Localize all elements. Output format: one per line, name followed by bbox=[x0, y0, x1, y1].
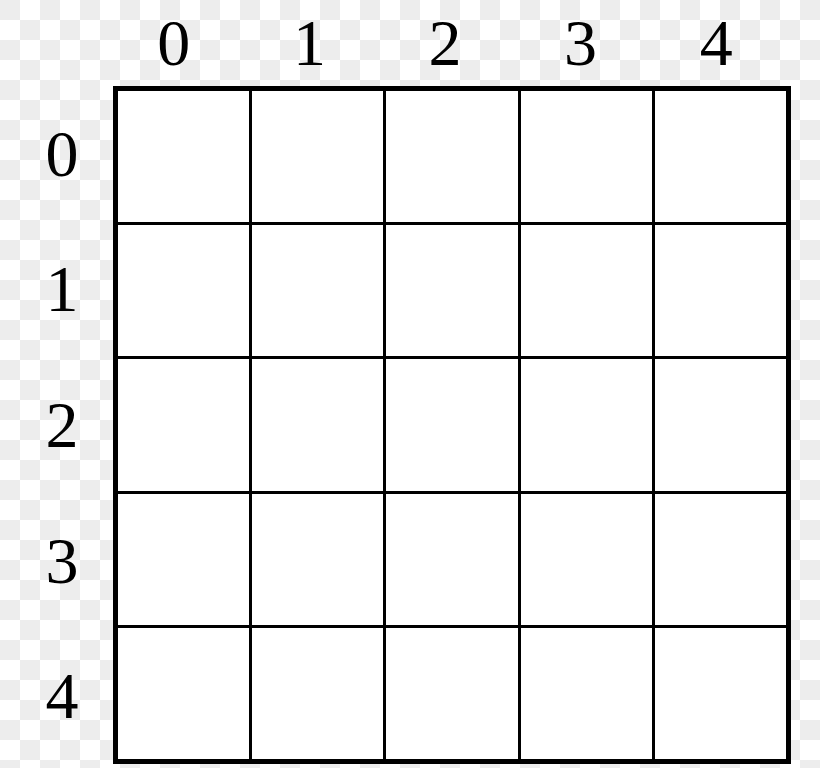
cell-r1c2 bbox=[386, 225, 517, 356]
cell-r1c1 bbox=[252, 225, 383, 356]
grid-board bbox=[113, 86, 791, 764]
column-label-4: 4 bbox=[648, 0, 784, 86]
cell-r4c2 bbox=[386, 628, 517, 759]
cell-r3c3 bbox=[521, 494, 652, 625]
cell-r4c3 bbox=[521, 628, 652, 759]
row-label-3: 3 bbox=[11, 493, 113, 629]
cell-r2c2 bbox=[386, 359, 517, 490]
cell-r2c0 bbox=[118, 359, 249, 490]
cell-r2c1 bbox=[252, 359, 383, 490]
row-label-4: 4 bbox=[11, 628, 113, 764]
row-label-0: 0 bbox=[11, 86, 113, 222]
cell-r1c0 bbox=[118, 225, 249, 356]
grid-diagram: 01234 01234 bbox=[0, 0, 820, 768]
column-label-3: 3 bbox=[513, 0, 649, 86]
cell-r3c4 bbox=[655, 494, 786, 625]
cell-r3c1 bbox=[252, 494, 383, 625]
cell-r3c0 bbox=[118, 494, 249, 625]
cell-r0c4 bbox=[655, 91, 786, 222]
cell-r2c4 bbox=[655, 359, 786, 490]
cell-r4c4 bbox=[655, 628, 786, 759]
column-labels: 01234 bbox=[106, 0, 784, 86]
cell-r4c1 bbox=[252, 628, 383, 759]
cell-r4c0 bbox=[118, 628, 249, 759]
row-label-1: 1 bbox=[11, 222, 113, 358]
cell-r0c2 bbox=[386, 91, 517, 222]
cell-r2c3 bbox=[521, 359, 652, 490]
cell-r3c2 bbox=[386, 494, 517, 625]
cell-r0c0 bbox=[118, 91, 249, 222]
column-label-0: 0 bbox=[106, 0, 242, 86]
row-labels: 01234 bbox=[0, 86, 113, 764]
cell-r1c4 bbox=[655, 225, 786, 356]
cell-r0c1 bbox=[252, 91, 383, 222]
cell-r0c3 bbox=[521, 91, 652, 222]
column-label-1: 1 bbox=[242, 0, 378, 86]
row-label-2: 2 bbox=[11, 357, 113, 493]
column-label-2: 2 bbox=[377, 0, 513, 86]
cell-r1c3 bbox=[521, 225, 652, 356]
